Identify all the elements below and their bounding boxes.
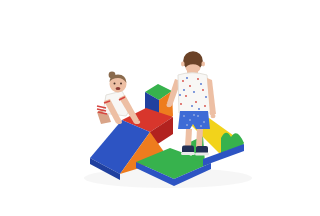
boy-ear-right	[201, 62, 205, 67]
boy-leg-left	[185, 129, 192, 147]
incline-front-edge	[90, 158, 120, 180]
cube-right-face-orange	[159, 91, 173, 126]
boy-shorts-print	[183, 114, 204, 126]
girl-hair-bun	[109, 72, 116, 79]
girl-eye-right	[120, 83, 122, 85]
wave-ramp-end-face-green	[190, 136, 205, 163]
cube-block	[145, 84, 173, 126]
cube-left-face-blue	[145, 92, 159, 126]
cube-top-green	[145, 84, 172, 100]
soft-play-scene	[40, 16, 290, 216]
girl-eye-left	[114, 83, 116, 85]
girl-stripe	[97, 109, 106, 111]
red-platform-top	[122, 108, 173, 132]
boy-leg-right	[196, 129, 203, 147]
boy-shoe-right-sole	[195, 153, 209, 156]
boy-shirt	[178, 73, 211, 113]
boy-shoe-right	[196, 146, 208, 154]
incline-side-orange-triangle	[120, 132, 169, 174]
boy-left-arm	[207, 78, 216, 115]
incline-top-blue	[90, 120, 150, 174]
white-background	[40, 16, 290, 216]
boy-left-hand	[211, 114, 216, 118]
wave-ramp-wave-band-green	[221, 133, 244, 155]
girl-head	[110, 76, 127, 93]
boy-head	[183, 51, 203, 71]
girl-cuff-stripes	[104, 97, 125, 103]
girl-shirt	[103, 91, 131, 116]
wave-ramp-base-edge-blue	[203, 144, 244, 166]
incline-wedge	[90, 120, 169, 180]
boy-shorts	[178, 111, 210, 129]
girl-child	[97, 72, 140, 124]
wave-ramp	[190, 118, 244, 166]
girl-left-arm	[104, 99, 121, 123]
girl-shorts-stripes	[97, 106, 107, 114]
girl-stripe	[98, 112, 107, 114]
girl-right-hand	[134, 120, 140, 124]
floor-mat	[136, 148, 211, 186]
girl-cuff-stripe	[119, 97, 125, 100]
girl-hair	[110, 75, 127, 84]
girl-mouth	[116, 87, 121, 90]
girl-stripe	[97, 106, 106, 108]
floor-shadow	[84, 168, 252, 188]
boy-shirt-print-blue	[179, 77, 207, 110]
boy-nape	[186, 64, 201, 72]
boy-right-arm	[167, 79, 181, 106]
boy-right-hand	[166, 103, 171, 107]
wave-ramp-top-yellow	[191, 118, 244, 155]
boy-shoe-left	[182, 146, 194, 154]
red-platform	[122, 108, 173, 149]
girl-left-hand	[116, 120, 122, 124]
boy-shoe-left-sole	[181, 152, 195, 155]
mat-side-left-blue	[136, 162, 174, 186]
boy-shirt-print-red	[180, 78, 206, 107]
product-photo	[40, 16, 290, 216]
boy-neck	[187, 67, 198, 75]
girl-right-arm	[119, 95, 139, 123]
mat-side-right-blue	[174, 163, 211, 186]
mat-top-green	[136, 148, 211, 179]
boy-ear-left	[181, 62, 185, 67]
girl-leg	[97, 108, 111, 124]
red-platform-front-face	[150, 117, 173, 149]
boy-child	[166, 51, 216, 155]
girl-cuff-stripe	[104, 101, 110, 103]
